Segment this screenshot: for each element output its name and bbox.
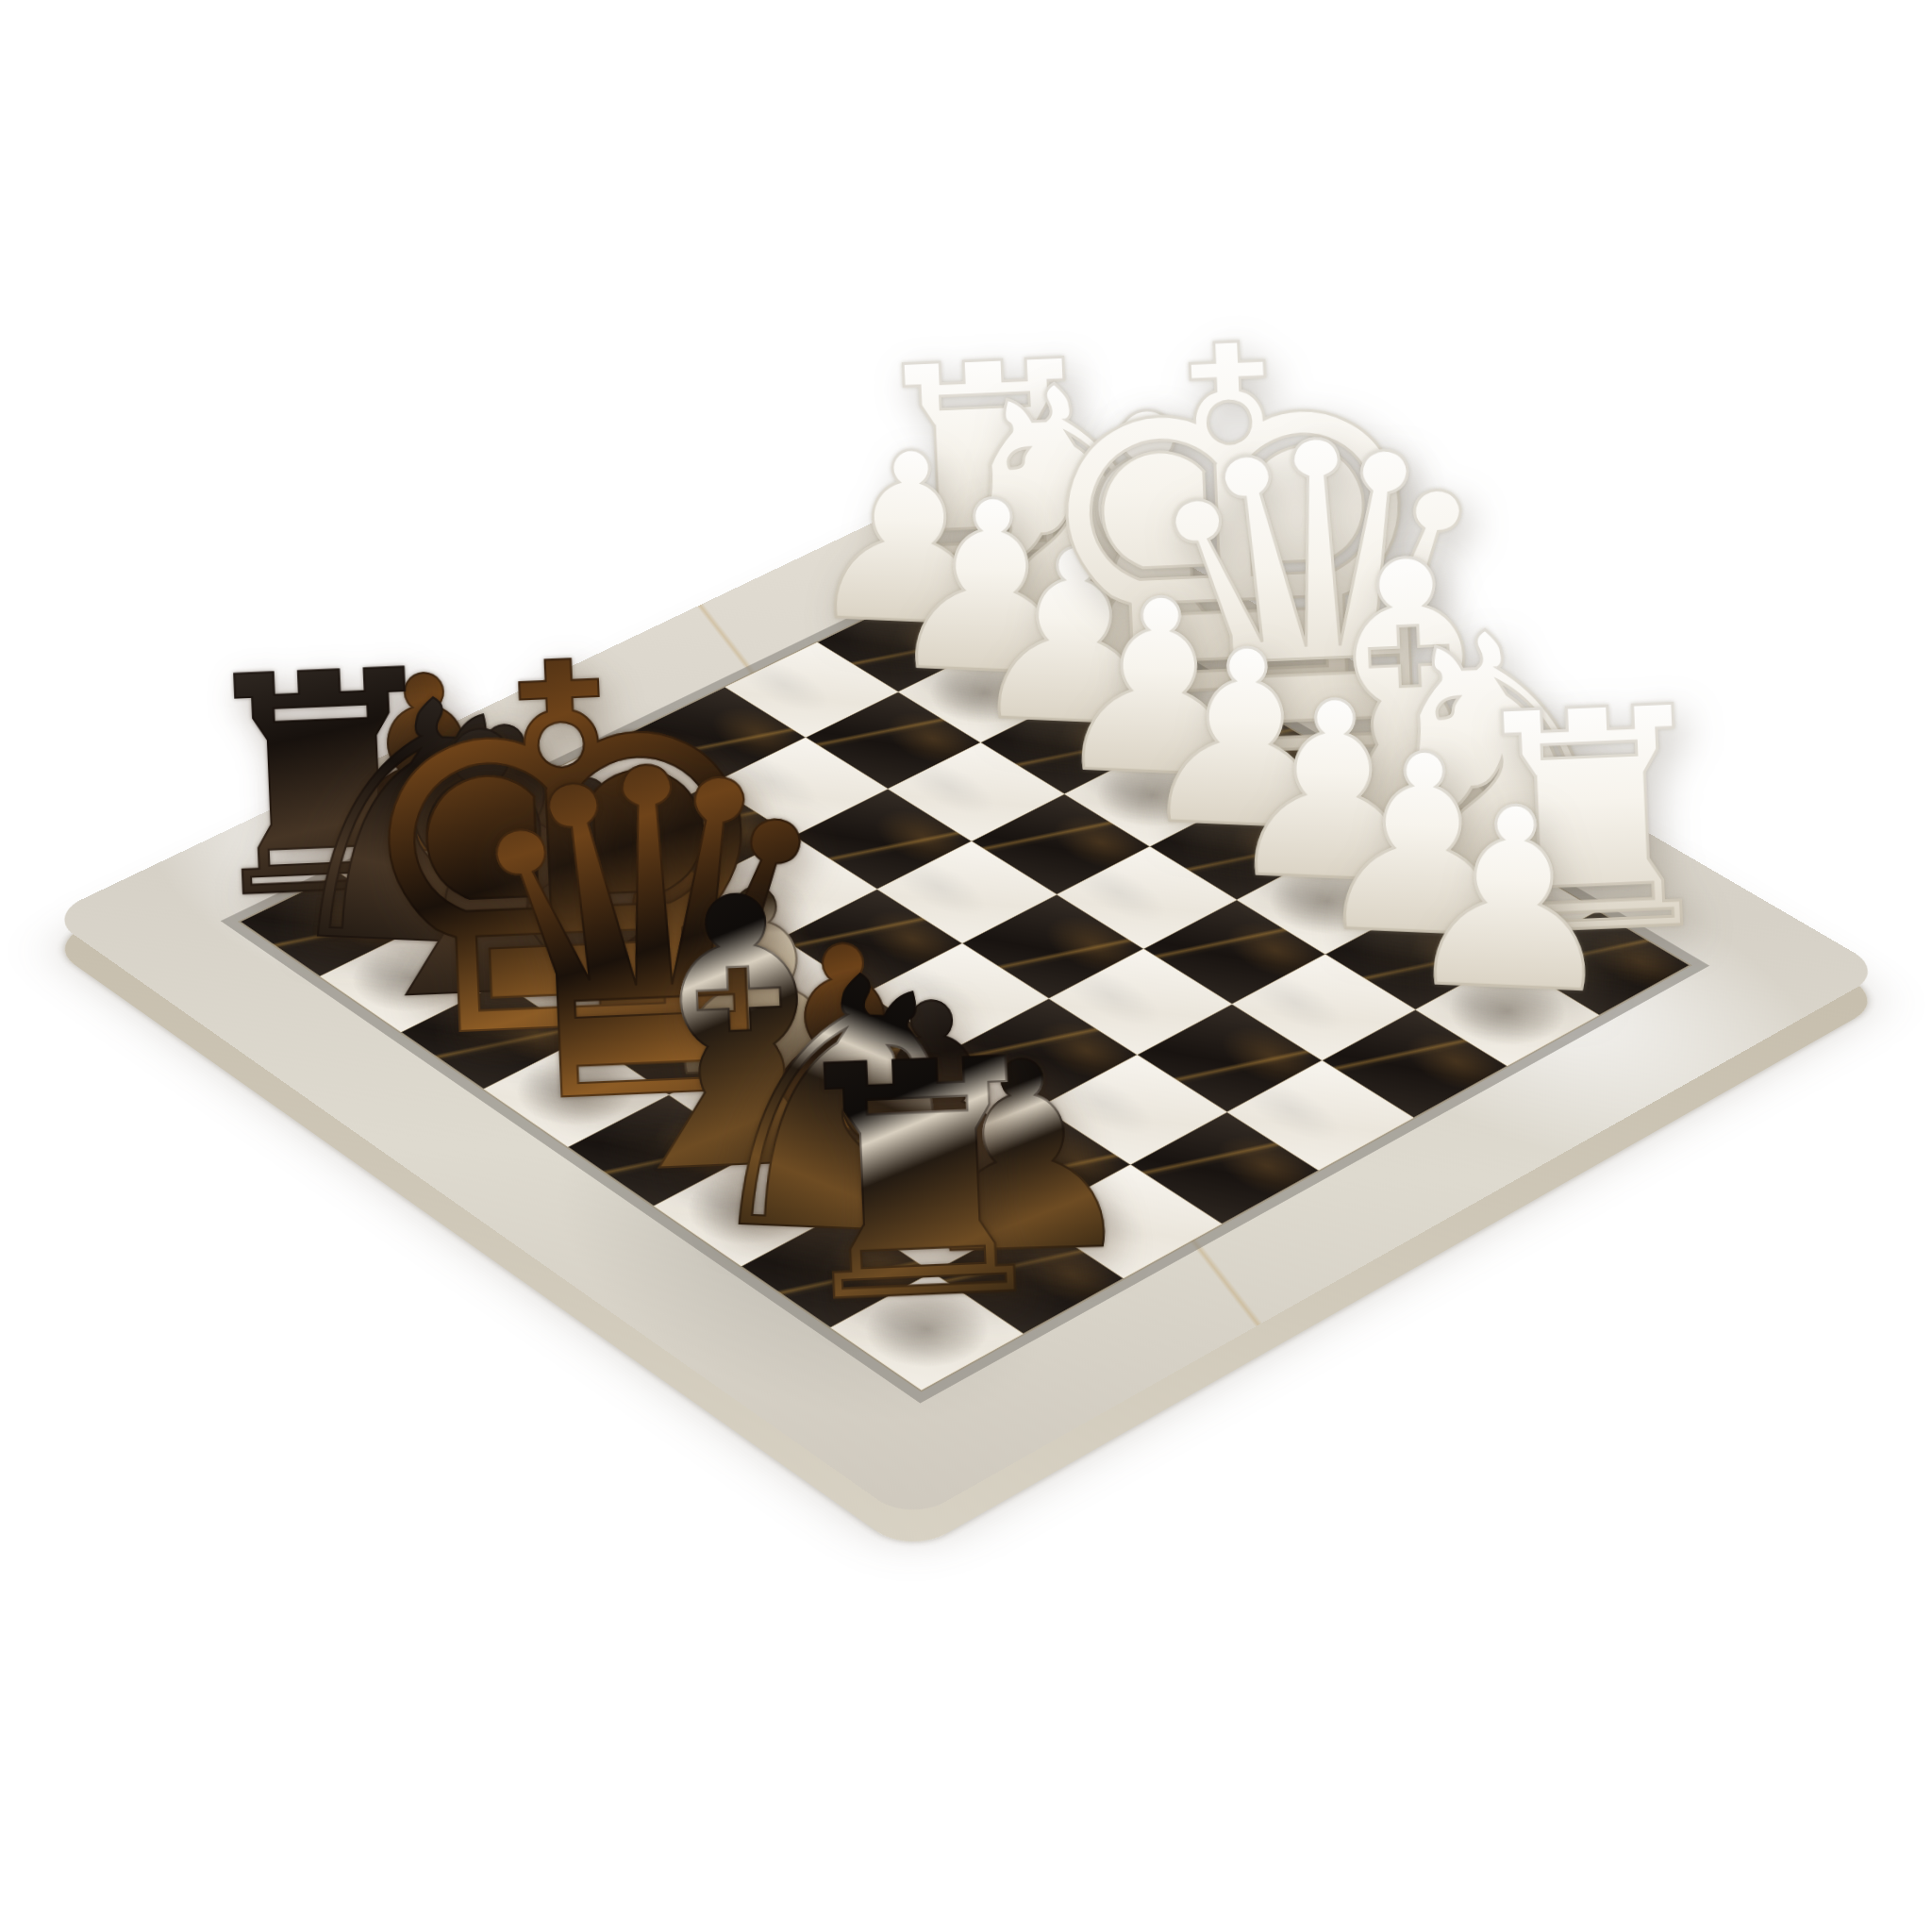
- piece-black-rook-a8: ♜: [770, 1016, 1072, 1349]
- scene: ♜♞♝♛♚♝♞♜♟♟♟♟♟♟♟♟♜♞♝♛♚♝♞♜♟♟♟♟♟♟♟♟: [0, 0, 1932, 1932]
- chess-board: ♜♞♝♛♚♝♞♜♟♟♟♟♟♟♟♟♜♞♝♛♚♝♞♜♟♟♟♟♟♟♟♟: [47, 459, 1886, 1523]
- piece-white-pawn-a2: ♟: [1396, 772, 1629, 1029]
- photo-background: ♜♞♝♛♚♝♞♜♟♟♟♟♟♟♟♟♜♞♝♛♚♝♞♜♟♟♟♟♟♟♟♟: [0, 0, 1932, 1932]
